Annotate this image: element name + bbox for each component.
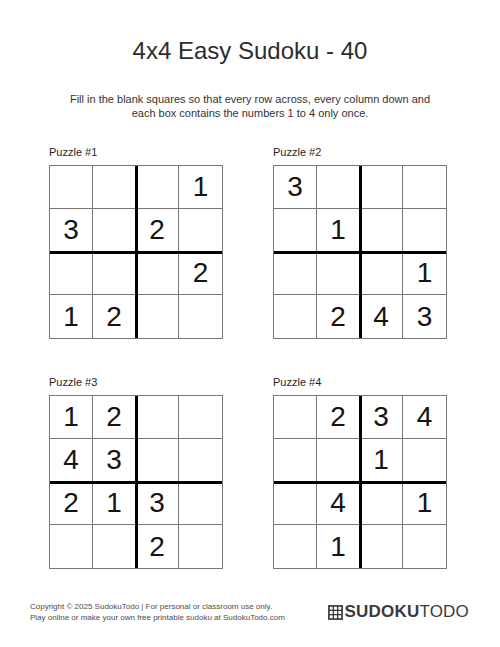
sudoku-cell: 2 <box>136 525 179 568</box>
sudoku-cell <box>50 252 93 295</box>
sudoku-cell: 4 <box>50 439 93 482</box>
sudoku-cell: 2 <box>93 396 136 439</box>
sudoku-cell: 3 <box>50 209 93 252</box>
sudoku-grid-2: 311243 <box>273 165 447 339</box>
sudoku-cell: 2 <box>136 209 179 252</box>
sudoku-cell: 1 <box>317 209 360 252</box>
sudoku-cell <box>360 209 403 252</box>
sudoku-cell <box>403 166 446 209</box>
sudoku-cell <box>360 252 403 295</box>
sudoku-cell: 2 <box>317 295 360 338</box>
sudoku-cell <box>136 439 179 482</box>
sudoku-grid-icon <box>328 605 343 620</box>
sudoku-cell: 1 <box>360 439 403 482</box>
sudoku-cell <box>136 166 179 209</box>
sudoku-cell <box>403 209 446 252</box>
sudoku-cell <box>274 209 317 252</box>
sudoku-cell <box>50 166 93 209</box>
sudoku-cell: 4 <box>317 482 360 525</box>
instructions-line-1: Fill in the blank squares so that every … <box>0 92 500 106</box>
sudoku-cell: 1 <box>179 166 222 209</box>
sudoku-cell <box>93 209 136 252</box>
box-divider-horizontal <box>50 251 222 254</box>
sudoku-cell <box>317 439 360 482</box>
sudoku-cell <box>93 166 136 209</box>
sudoku-cell <box>274 525 317 568</box>
sudoku-cell <box>179 525 222 568</box>
sudoku-cell <box>274 439 317 482</box>
page-title: 4x4 Easy Sudoku - 40 <box>0 36 500 66</box>
sudoku-cell <box>274 295 317 338</box>
sudoku-grid-4: 2341411 <box>273 395 447 569</box>
sudoku-cell: 4 <box>360 295 403 338</box>
sudoku-cell: 1 <box>93 482 136 525</box>
instructions-line-2: each box contains the numbers 1 to 4 onl… <box>0 106 500 120</box>
box-divider-horizontal <box>274 481 446 484</box>
sudoku-cell: 2 <box>179 252 222 295</box>
sudoku-cell <box>403 525 446 568</box>
puzzle-3-label: Puzzle #3 <box>49 376 223 388</box>
puzzle-1-label: Puzzle #1 <box>49 146 223 158</box>
sudoku-cell: 3 <box>360 396 403 439</box>
sudoku-cell <box>50 525 93 568</box>
worksheet-page: 4x4 Easy Sudoku - 40 Fill in the blank s… <box>0 0 500 647</box>
puzzle-3: Puzzle #3 12432132 <box>49 376 223 569</box>
sudoku-cell <box>136 396 179 439</box>
sudoku-cell <box>136 252 179 295</box>
sudoku-cell <box>317 252 360 295</box>
sudoku-cell: 2 <box>317 396 360 439</box>
sudoku-cell: 1 <box>403 482 446 525</box>
sudoku-cell <box>136 295 179 338</box>
sudoku-cell <box>93 252 136 295</box>
logo-text-todo: TODO <box>419 602 469 622</box>
box-divider-horizontal <box>274 251 446 254</box>
logo-text-sudoku: SUDOKU <box>345 602 420 622</box>
sudoku-cell: 4 <box>403 396 446 439</box>
footer-copyright-line-2: Play online or make your own free printa… <box>30 612 285 623</box>
sudoku-cell: 1 <box>50 396 93 439</box>
sudoku-cell <box>179 396 222 439</box>
sudoku-cell <box>360 482 403 525</box>
puzzle-4-label: Puzzle #4 <box>273 376 447 388</box>
sudoku-cell <box>179 295 222 338</box>
sudoku-cell: 1 <box>403 252 446 295</box>
sudoku-cell: 2 <box>93 295 136 338</box>
sudoku-cell <box>403 439 446 482</box>
sudoku-cell: 3 <box>136 482 179 525</box>
sudoku-grid-3: 12432132 <box>49 395 223 569</box>
sudoku-cell: 3 <box>403 295 446 338</box>
footer-copyright-line-1: Copyright © 2025 SudokuTodo | For person… <box>30 601 285 612</box>
sudoku-cell <box>317 166 360 209</box>
sudoku-cell: 3 <box>93 439 136 482</box>
sudoku-cell <box>179 482 222 525</box>
puzzle-4: Puzzle #4 2341411 <box>273 376 447 569</box>
sudoku-cell <box>274 252 317 295</box>
sudokutodo-logo: SUDOKUTODO <box>328 602 469 622</box>
sudoku-cell <box>179 439 222 482</box>
sudoku-cell <box>274 396 317 439</box>
instructions: Fill in the blank squares so that every … <box>0 92 500 120</box>
sudoku-cell <box>360 525 403 568</box>
sudoku-cell <box>179 209 222 252</box>
footer-copyright: Copyright © 2025 SudokuTodo | For person… <box>30 601 285 623</box>
puzzle-1: Puzzle #1 132212 <box>49 146 223 339</box>
sudoku-cell: 1 <box>50 295 93 338</box>
puzzle-2-label: Puzzle #2 <box>273 146 447 158</box>
sudoku-cell: 1 <box>317 525 360 568</box>
sudoku-cell <box>274 482 317 525</box>
sudoku-cell <box>93 525 136 568</box>
sudoku-grid-1: 132212 <box>49 165 223 339</box>
sudoku-cell: 2 <box>50 482 93 525</box>
puzzle-2: Puzzle #2 311243 <box>273 146 447 339</box>
sudoku-cell: 3 <box>274 166 317 209</box>
box-divider-horizontal <box>50 481 222 484</box>
sudoku-cell <box>360 166 403 209</box>
